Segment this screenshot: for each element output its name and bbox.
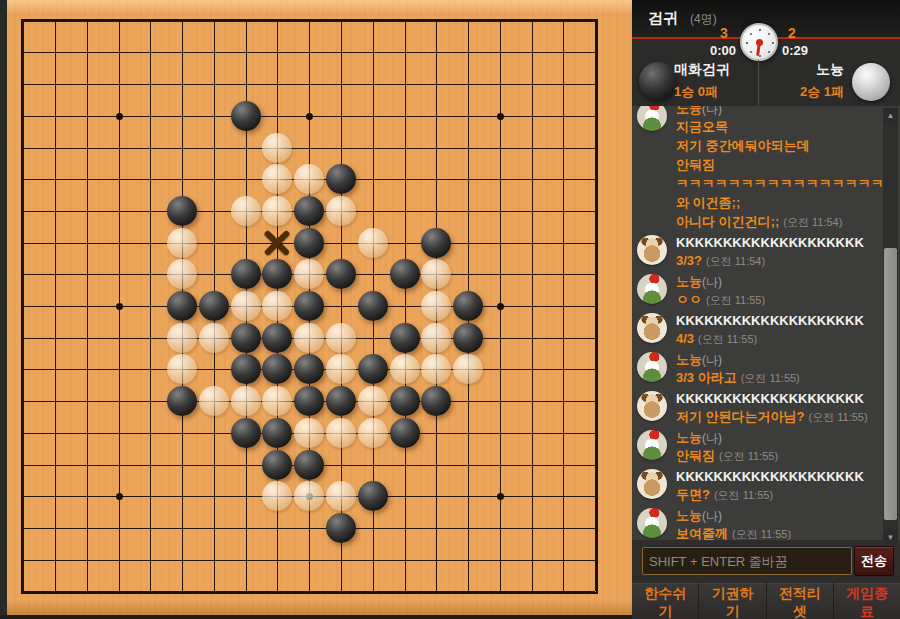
black-stone <box>199 291 229 321</box>
chat-timestamp: (오전 11:54) <box>783 216 842 228</box>
white-stone <box>326 196 356 226</box>
chat-message: 노늉(나)안둬짐(오전 11:55) <box>632 429 882 465</box>
chat-message: KKKKKKKKKKKKKKKKKKKK두면?(오전 11:55) <box>632 468 882 504</box>
chat-username-line: KKKKKKKKKKKKKKKKKKKK <box>676 468 882 485</box>
quit-game-button[interactable]: 게임종료 <box>834 583 900 619</box>
chat-input[interactable] <box>642 547 852 575</box>
white-stone <box>326 323 356 353</box>
room-title: 검귀 <box>648 9 678 28</box>
chat-input-row: 전송 <box>632 540 900 583</box>
chat-timestamp: (오전 11:55) <box>698 333 757 345</box>
chat-message-text: 안둬짐 <box>676 155 882 174</box>
black-stone <box>231 101 261 131</box>
scrollbar-thumb[interactable] <box>884 248 897 520</box>
black-stone <box>421 228 451 258</box>
chat-timestamp: (오전 11:55) <box>719 450 778 462</box>
black-stone <box>231 418 261 448</box>
white-stone <box>167 228 197 258</box>
white-time: 0:29 <box>782 43 808 58</box>
white-stone <box>294 418 324 448</box>
black-time: 0:00 <box>710 43 736 58</box>
clock-hub <box>756 39 763 46</box>
white-stone <box>199 386 229 416</box>
chat-username-line: 노늉(나) <box>676 429 882 446</box>
chat-message: 노늉(나)ㅇㅇ(오전 11:55) <box>632 273 882 309</box>
chat-timestamp: (오전 11:55) <box>809 411 868 423</box>
record-reset-button[interactable]: 전적리셋 <box>767 583 833 619</box>
chat-username: KKKKKKKKKKKKKKKKKKKK <box>676 469 864 484</box>
black-stone <box>167 196 197 226</box>
white-stone <box>358 418 388 448</box>
black-stone <box>390 418 420 448</box>
room-member-count: (4명) <box>690 11 717 28</box>
chat-message-text: 저기 안된다는거아님?(오전 11:55) <box>676 407 882 426</box>
user-avatar-icon <box>637 508 667 538</box>
black-stone <box>390 386 420 416</box>
white-stone <box>199 323 229 353</box>
white-stone <box>421 323 451 353</box>
chat-timestamp: (오전 11:55) <box>714 489 773 501</box>
black-stone <box>326 164 356 194</box>
game-side-panel: 검귀 (4명) 3 2 0:00 0:29 매화검귀 1승 0패 노늉 2승 1… <box>632 0 900 619</box>
game-clock-icon <box>740 23 778 61</box>
black-stone <box>262 450 292 480</box>
player-divider <box>758 60 759 106</box>
chat-username-line: KKKKKKKKKKKKKKKKKKKK <box>676 390 882 407</box>
white-stone-avatar <box>852 63 890 101</box>
black-stone <box>262 323 292 353</box>
black-stone <box>231 259 261 289</box>
chat-username-line: 노늉(나) <box>676 106 882 117</box>
user-avatar-icon <box>637 274 667 304</box>
star-point <box>497 493 504 500</box>
user-avatar-icon <box>637 391 667 421</box>
black-stone <box>294 196 324 226</box>
pass-turn-button[interactable]: 한수쉬기 <box>632 583 698 619</box>
black-stone-avatar <box>639 62 677 100</box>
black-stone <box>358 291 388 321</box>
chat-username-line: 노늉(나) <box>676 351 882 368</box>
self-tag: (나) <box>702 509 722 523</box>
black-stone <box>231 323 261 353</box>
star-point <box>116 113 123 120</box>
chat-message-text: 와 이건좀;; <box>676 193 882 212</box>
chat-username-line: KKKKKKKKKKKKKKKKKKKK <box>676 312 882 329</box>
chat-scrollbar[interactable]: ▲ ▼ <box>883 108 898 545</box>
black-stone <box>358 354 388 384</box>
chat-message-text: 저기 중간에둬야되는데 <box>676 136 882 155</box>
go-board[interactable] <box>0 0 632 619</box>
chat-username: 노늉 <box>676 274 702 289</box>
black-stone <box>231 354 261 384</box>
star-point <box>116 303 123 310</box>
chat-username: KKKKKKKKKKKKKKKKKKKK <box>676 313 864 328</box>
white-count: 2 <box>788 25 796 41</box>
white-stone <box>326 418 356 448</box>
omok-game-window: { "game": "omok (gomoku / renju) played … <box>0 0 900 619</box>
chat-message: 노늉(나)3/3 아라고(오전 11:55) <box>632 351 882 387</box>
black-stone <box>453 291 483 321</box>
send-button[interactable]: 전송 <box>854 546 894 576</box>
white-stone <box>231 291 261 321</box>
user-avatar-icon <box>637 106 667 131</box>
white-player-record: 2승 1패 <box>800 83 844 101</box>
chat-message-text: 3/3?(오전 11:54) <box>676 251 882 270</box>
chat-username-line: KKKKKKKKKKKKKKKKKKKK <box>676 234 882 251</box>
chat-message-text: ㅋㅋㅋㅋㅋㅋㅋㅋㅋㅋㅋㅋㅋㅋㅋㅋㅋㅋㅋ <box>676 174 882 193</box>
chat-message: 노늉(나)보여줄께(오전 11:55) <box>632 507 882 540</box>
white-stone <box>326 481 356 511</box>
white-stone <box>358 228 388 258</box>
chat-message-text: 4/3(오전 11:55) <box>676 329 882 348</box>
chat-timestamp: (오전 11:54) <box>706 255 765 267</box>
black-stone <box>326 386 356 416</box>
star-point <box>497 113 504 120</box>
chat-message: KKKKKKKKKKKKKKKKKKKK저기 안된다는거아님?(오전 11:55… <box>632 390 882 426</box>
white-stone <box>390 354 420 384</box>
star-point <box>497 303 504 310</box>
chat-timestamp: (오전 11:55) <box>741 372 800 384</box>
chat-message-text: 지금오목 <box>676 117 882 136</box>
white-stone <box>167 323 197 353</box>
chat-message: KKKKKKKKKKKKKKKKKKKK4/3(오전 11:55) <box>632 312 882 348</box>
chat-username: 노늉 <box>676 430 702 445</box>
user-avatar-icon <box>637 313 667 343</box>
chat-message-list[interactable]: 노늉(나)지금오목저기 중간에둬야되는데안둬짐ㅋㅋㅋㅋㅋㅋㅋㅋㅋㅋㅋㅋㅋㅋㅋㅋㅋ… <box>632 106 882 540</box>
chat-username: 노늉 <box>676 508 702 523</box>
black-stone <box>167 291 197 321</box>
chat-message-text: 보여줄께(오전 11:55) <box>676 524 882 540</box>
chat-message: 노늉(나)지금오목저기 중간에둬야되는데안둬짐ㅋㅋㅋㅋㅋㅋㅋㅋㅋㅋㅋㅋㅋㅋㅋㅋㅋ… <box>632 106 882 231</box>
star-point <box>116 493 123 500</box>
user-avatar-icon <box>637 235 667 265</box>
game-action-bar: 한수쉬기 기권하기 전적리셋 게임종료 <box>632 583 900 619</box>
white-stone <box>231 386 261 416</box>
chat-timestamp: (오전 11:55) <box>706 294 765 306</box>
chat-username: 노늉 <box>676 106 702 116</box>
chat-timestamp: (오전 11:55) <box>732 528 791 540</box>
chat-username: KKKKKKKKKKKKKKKKKKKK <box>676 391 864 406</box>
self-tag: (나) <box>702 106 722 116</box>
black-player-record: 1승 0패 <box>674 83 718 101</box>
chat-username-line: 노늉(나) <box>676 507 882 524</box>
star-point <box>306 113 313 120</box>
white-stone <box>294 323 324 353</box>
black-stone <box>453 323 483 353</box>
resign-button[interactable]: 기권하기 <box>699 583 765 619</box>
black-count: 3 <box>720 25 728 41</box>
black-player-name: 매화검귀 <box>674 61 730 79</box>
black-stone <box>294 450 324 480</box>
user-avatar-icon <box>637 352 667 382</box>
user-avatar-icon <box>637 430 667 460</box>
chat-message-text: 3/3 아라고(오전 11:55) <box>676 368 882 387</box>
black-stone <box>358 481 388 511</box>
chat-message: KKKKKKKKKKKKKKKKKKKK3/3?(오전 11:54) <box>632 234 882 270</box>
forbidden-x-marker <box>259 225 295 261</box>
white-stone <box>231 196 261 226</box>
chat-message-text: 두면?(오전 11:55) <box>676 485 882 504</box>
white-stone <box>262 133 292 163</box>
black-stone <box>326 513 356 543</box>
black-stone <box>390 259 420 289</box>
white-stone <box>358 386 388 416</box>
self-tag: (나) <box>702 431 722 445</box>
self-tag: (나) <box>702 353 722 367</box>
black-stone <box>294 228 324 258</box>
scroll-up-button[interactable]: ▲ <box>883 108 898 123</box>
user-avatar-icon <box>637 469 667 499</box>
chat-username: 노늉 <box>676 352 702 367</box>
white-player-name: 노늉 <box>816 61 844 79</box>
player-score-bar: 3 2 0:00 0:29 매화검귀 1승 0패 노늉 2승 1패 <box>632 39 900 106</box>
self-tag: (나) <box>702 275 722 289</box>
black-stone <box>390 323 420 353</box>
chat-username-line: 노늉(나) <box>676 273 882 290</box>
chat-username: KKKKKKKKKKKKKKKKKKKK <box>676 235 864 250</box>
chat-message-text: 아니다 이긴건디;;(오전 11:54) <box>676 212 882 231</box>
chat-message-text: ㅇㅇ(오전 11:55) <box>676 290 882 309</box>
chat-message-text: 안둬짐(오전 11:55) <box>676 446 882 465</box>
